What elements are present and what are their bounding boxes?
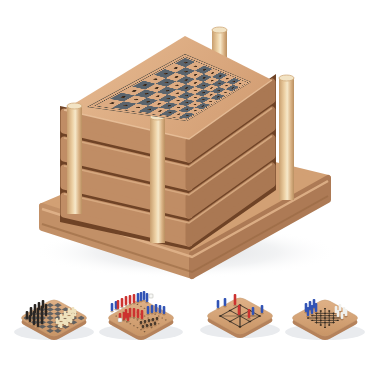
black-peg: [37, 315, 40, 322]
blue-peg: [163, 306, 166, 314]
peg-hole: [119, 96, 125, 98]
blue-peg: [143, 291, 146, 300]
peg-hole: [176, 107, 180, 109]
peg-hole: [201, 105, 205, 107]
peg-hole: [141, 84, 147, 86]
dark-peg: [144, 320, 147, 323]
peg-hole: [217, 90, 221, 92]
black-peg: [26, 311, 29, 319]
peg-hole: [145, 101, 150, 103]
cream-peg: [60, 314, 63, 321]
peg-hole: [183, 71, 188, 73]
peg-hole: [146, 109, 151, 111]
peg-hole: [193, 65, 198, 67]
peg-hole: [201, 92, 205, 94]
dark-peg: [152, 318, 155, 321]
peg-hole: [201, 77, 205, 79]
die: [149, 294, 153, 298]
blue-peg: [217, 300, 220, 308]
dark-peg: [150, 323, 153, 326]
peg-hole: [176, 113, 180, 115]
red-peg: [117, 300, 120, 309]
peg-hole: [202, 69, 206, 71]
peg-hole: [173, 67, 178, 69]
red-peg: [238, 305, 241, 315]
blue-peg: [146, 293, 149, 302]
corner-post-right: [279, 75, 294, 200]
red-peg: [125, 296, 128, 305]
peg-hole: [174, 84, 179, 86]
peg-hole: [209, 87, 213, 89]
black-peg: [29, 315, 32, 322]
black-peg: [41, 318, 44, 324]
black-peg: [45, 310, 48, 316]
black-peg: [33, 311, 36, 319]
peg-hole: [232, 80, 235, 82]
peg-hole: [224, 85, 228, 87]
peg-hole: [193, 97, 197, 99]
peg-hole: [184, 102, 188, 104]
corner-post-front: [150, 114, 165, 243]
white-peg: [339, 304, 342, 311]
peg-hole: [143, 93, 149, 95]
dark-peg: [148, 319, 151, 322]
red-peg: [123, 312, 126, 320]
peg-hole: [210, 80, 214, 82]
cream-peg: [64, 311, 67, 318]
dark-peg: [146, 324, 149, 327]
cream-peg: [68, 308, 71, 315]
peg-hole: [175, 92, 180, 94]
peg-hole: [201, 85, 205, 87]
cream-peg: [66, 321, 69, 326]
cream-peg: [72, 313, 75, 319]
mini-chess-board[interactable]: [14, 299, 94, 342]
peg-hole: [238, 83, 241, 85]
peg-hole: [175, 100, 180, 102]
peg-hole: [223, 92, 226, 94]
red-peg: [137, 309, 140, 318]
product-photo: [0, 0, 376, 376]
peg-hole: [183, 61, 188, 63]
peg-hole: [185, 115, 189, 117]
blue-peg: [261, 305, 264, 313]
cream-peg: [70, 318, 73, 323]
mini-backgammon-board[interactable]: [99, 291, 183, 341]
peg-hole: [153, 87, 158, 89]
peg-hole: [135, 107, 141, 109]
dark-peg: [154, 322, 157, 325]
red-peg: [133, 308, 136, 317]
peg-hole: [157, 110, 162, 112]
red-peg: [129, 295, 132, 304]
blue-peg: [159, 305, 162, 313]
red-peg: [121, 298, 124, 307]
peg-hole: [167, 112, 172, 114]
black-peg: [37, 308, 40, 316]
blue-peg: [111, 303, 114, 311]
white-peg: [341, 312, 344, 319]
blue-peg: [224, 298, 227, 306]
peg-hole: [156, 103, 161, 105]
blue-peg: [147, 306, 150, 314]
peg-hole: [217, 82, 221, 84]
red-peg: [127, 313, 130, 321]
peg-hole: [193, 104, 197, 106]
mini-tic-tac-toe-board[interactable]: [200, 294, 280, 339]
peg-hole: [193, 82, 197, 84]
black-peg: [37, 321, 40, 327]
cream-peg: [72, 307, 75, 313]
cream-peg: [60, 322, 63, 328]
peg-hole: [185, 108, 189, 110]
white-peg: [337, 310, 340, 317]
red-peg: [248, 309, 251, 318]
peg-hole: [193, 74, 198, 76]
peg-hole: [152, 78, 158, 80]
blue-peg: [315, 303, 318, 312]
peg-hole: [164, 90, 169, 92]
peg-hole: [173, 76, 178, 78]
cream-peg: [56, 318, 59, 324]
blue-peg: [140, 292, 143, 301]
peg-hole: [208, 101, 212, 103]
peg-hole: [210, 72, 214, 74]
peg-hole: [218, 75, 222, 77]
corner-post-left: [67, 103, 82, 214]
peg-hole: [209, 94, 213, 96]
red-peg: [141, 310, 144, 319]
peg-hole: [163, 73, 168, 75]
black-peg: [41, 312, 44, 319]
red-peg: [133, 294, 136, 303]
peg-hole: [166, 105, 171, 107]
black-peg: [45, 304, 48, 311]
blue-peg: [307, 307, 310, 316]
peg-hole: [165, 98, 170, 100]
peg-hole: [201, 99, 205, 101]
peg-hole: [155, 95, 160, 97]
peg-hole: [231, 87, 234, 89]
white-peg: [345, 309, 348, 316]
peg-hole: [131, 90, 137, 92]
black-peg: [41, 306, 44, 313]
dark-peg: [142, 325, 145, 328]
peg-hole: [193, 110, 197, 112]
peg-hole: [216, 96, 220, 98]
peg-hole: [184, 95, 188, 97]
black-peg: [30, 307, 33, 316]
dark-peg: [140, 321, 143, 324]
peg-hole: [183, 79, 188, 81]
mini-solitaire-board[interactable]: [285, 299, 365, 342]
peg-hole: [122, 105, 128, 107]
blue-peg: [151, 305, 154, 313]
dark-peg: [156, 317, 159, 320]
peg-hole: [108, 102, 114, 104]
blue-peg: [252, 307, 255, 315]
black-peg: [33, 318, 36, 325]
blue-peg: [137, 293, 140, 302]
blue-peg: [155, 304, 158, 312]
blue-peg: [311, 305, 314, 314]
peg-hole: [164, 81, 169, 83]
peg-hole: [225, 78, 229, 80]
red-peg: [234, 294, 237, 305]
peg-hole: [133, 99, 139, 101]
peg-hole: [184, 87, 189, 89]
die: [118, 318, 122, 322]
peg-hole: [193, 90, 197, 92]
